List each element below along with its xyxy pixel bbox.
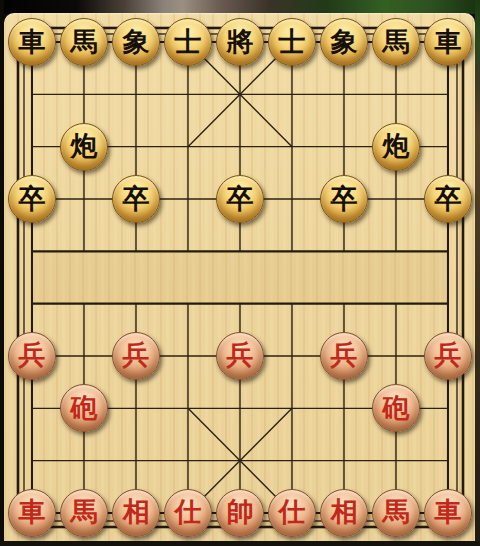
piece-black-soldier[interactable]: 卒: [8, 175, 56, 223]
piece-glyph: 相: [123, 498, 150, 525]
piece-glyph: 卒: [123, 185, 150, 212]
board-point[interactable]: [162, 277, 214, 329]
piece-glyph: 馬: [71, 28, 98, 55]
board-point[interactable]: 象: [318, 16, 370, 68]
piece-glyph: 帥: [227, 498, 254, 525]
board-point[interactable]: [6, 382, 58, 434]
board-point[interactable]: [110, 434, 162, 486]
board-point[interactable]: 馬: [58, 487, 110, 539]
board-point[interactable]: [318, 121, 370, 173]
piece-glyph: 砲: [383, 394, 410, 421]
board-point[interactable]: 象: [110, 16, 162, 68]
board-point[interactable]: [58, 330, 110, 382]
piece-glyph: 士: [175, 28, 202, 55]
piece-red-soldier[interactable]: 兵: [424, 332, 472, 380]
screen-edge-bottom: [0, 541, 480, 546]
board-point[interactable]: 兵: [318, 330, 370, 382]
board-point[interactable]: [6, 434, 58, 486]
board-point[interactable]: [58, 68, 110, 120]
piece-glyph: 卒: [227, 185, 254, 212]
board-point[interactable]: [162, 330, 214, 382]
board-point[interactable]: 車: [6, 16, 58, 68]
board-point[interactable]: [110, 225, 162, 277]
piece-black-cannon[interactable]: 炮: [372, 123, 420, 171]
board-point[interactable]: 馬: [58, 16, 110, 68]
piece-glyph: 卒: [19, 185, 46, 212]
piece-glyph: 馬: [383, 28, 410, 55]
piece-glyph: 象: [123, 28, 150, 55]
piece-red-chariot[interactable]: 車: [8, 489, 56, 537]
board-point[interactable]: 士: [266, 16, 318, 68]
board-point[interactable]: [422, 434, 474, 486]
board-point[interactable]: [266, 382, 318, 434]
piece-black-cannon[interactable]: 炮: [60, 123, 108, 171]
board-point[interactable]: [370, 277, 422, 329]
piece-glyph: 兵: [19, 341, 46, 368]
board-point[interactable]: 仕: [162, 487, 214, 539]
piece-glyph: 仕: [175, 498, 202, 525]
piece-red-soldier[interactable]: 兵: [320, 332, 368, 380]
board-point[interactable]: [370, 434, 422, 486]
board-point[interactable]: [214, 382, 266, 434]
board-point[interactable]: [266, 434, 318, 486]
xiangqi-app: 車馬象士將士象馬車炮炮卒卒卒卒卒兵兵兵兵兵砲砲車馬相仕帥仕相馬車: [0, 0, 480, 546]
board-point[interactable]: 兵: [422, 330, 474, 382]
piece-black-advisor[interactable]: 士: [164, 18, 212, 66]
piece-black-chariot[interactable]: 車: [424, 18, 472, 66]
piece-glyph: 炮: [71, 132, 98, 159]
board-point[interactable]: [266, 277, 318, 329]
board-point[interactable]: 車: [422, 487, 474, 539]
piece-glyph: 將: [227, 28, 254, 55]
board-point[interactable]: [266, 121, 318, 173]
board-point[interactable]: [214, 277, 266, 329]
board-point[interactable]: [370, 173, 422, 225]
board-point[interactable]: 兵: [6, 330, 58, 382]
piece-black-advisor[interactable]: 士: [268, 18, 316, 66]
piece-glyph: 炮: [383, 132, 410, 159]
board-point[interactable]: [6, 277, 58, 329]
piece-glyph: 卒: [435, 185, 462, 212]
piece-black-horse[interactable]: 馬: [372, 18, 420, 66]
board-point[interactable]: [214, 434, 266, 486]
piece-red-elephant[interactable]: 相: [112, 489, 160, 537]
board-point[interactable]: 兵: [110, 330, 162, 382]
board-point[interactable]: [422, 225, 474, 277]
board-point[interactable]: [266, 330, 318, 382]
board-point[interactable]: [318, 277, 370, 329]
board-point[interactable]: [422, 277, 474, 329]
board-point[interactable]: [370, 225, 422, 277]
piece-glyph: 士: [279, 28, 306, 55]
board-point[interactable]: [162, 434, 214, 486]
board-point[interactable]: 帥: [214, 487, 266, 539]
board-point[interactable]: [266, 173, 318, 225]
piece-red-horse[interactable]: 馬: [372, 489, 420, 537]
board-point[interactable]: 車: [422, 16, 474, 68]
piece-glyph: 馬: [71, 498, 98, 525]
board-point[interactable]: [6, 121, 58, 173]
board-point[interactable]: [214, 68, 266, 120]
piece-glyph: 仕: [279, 498, 306, 525]
piece-glyph: 卒: [331, 185, 358, 212]
piece-black-soldier[interactable]: 卒: [320, 175, 368, 223]
board-point[interactable]: [422, 68, 474, 120]
board-point[interactable]: [318, 382, 370, 434]
board-point[interactable]: 相: [110, 487, 162, 539]
piece-red-chariot[interactable]: 車: [424, 489, 472, 537]
piece-black-elephant[interactable]: 象: [320, 18, 368, 66]
board-point[interactable]: [214, 121, 266, 173]
board-point[interactable]: [58, 434, 110, 486]
board-point[interactable]: [6, 225, 58, 277]
piece-black-horse[interactable]: 馬: [60, 18, 108, 66]
board-point[interactable]: [6, 68, 58, 120]
piece-glyph: 車: [19, 498, 46, 525]
piece-red-general[interactable]: 帥: [216, 489, 264, 537]
board-point[interactable]: [58, 277, 110, 329]
board-point[interactable]: 炮: [58, 121, 110, 173]
board-point[interactable]: [58, 173, 110, 225]
piece-red-advisor[interactable]: 仕: [268, 489, 316, 537]
board-point[interactable]: [110, 68, 162, 120]
board-point[interactable]: 相: [318, 487, 370, 539]
piece-glyph: 兵: [435, 341, 462, 368]
board-point[interactable]: 卒: [422, 173, 474, 225]
board-point[interactable]: [162, 121, 214, 173]
piece-glyph: 象: [331, 28, 358, 55]
piece-black-soldier[interactable]: 卒: [216, 175, 264, 223]
board-point[interactable]: [162, 225, 214, 277]
board-point[interactable]: 卒: [6, 173, 58, 225]
board-point[interactable]: 馬: [370, 487, 422, 539]
piece-black-soldier[interactable]: 卒: [112, 175, 160, 223]
piece-red-horse[interactable]: 馬: [60, 489, 108, 537]
board-point[interactable]: [162, 173, 214, 225]
piece-glyph: 車: [435, 498, 462, 525]
piece-glyph: 砲: [71, 394, 98, 421]
board-point[interactable]: [110, 121, 162, 173]
board-point[interactable]: 卒: [318, 173, 370, 225]
piece-black-chariot[interactable]: 車: [8, 18, 56, 66]
piece-red-soldier[interactable]: 兵: [216, 332, 264, 380]
board-point[interactable]: 兵: [214, 330, 266, 382]
board-point[interactable]: 炮: [370, 121, 422, 173]
board-point[interactable]: [370, 68, 422, 120]
piece-glyph: 車: [19, 28, 46, 55]
board-point[interactable]: [318, 434, 370, 486]
board-point[interactable]: [58, 225, 110, 277]
piece-black-elephant[interactable]: 象: [112, 18, 160, 66]
piece-glyph: 兵: [227, 341, 254, 368]
board-point[interactable]: [422, 382, 474, 434]
board-point[interactable]: 砲: [370, 382, 422, 434]
board-point[interactable]: 馬: [370, 16, 422, 68]
board-grid: 車馬象士將士象馬車炮炮卒卒卒卒卒兵兵兵兵兵砲砲車馬相仕帥仕相馬車: [6, 16, 474, 539]
board-point[interactable]: [318, 68, 370, 120]
board-point[interactable]: [162, 382, 214, 434]
board-point[interactable]: [266, 68, 318, 120]
board-point[interactable]: [318, 225, 370, 277]
board-point[interactable]: [370, 330, 422, 382]
board-point[interactable]: [110, 382, 162, 434]
piece-glyph: 車: [435, 28, 462, 55]
piece-red-elephant[interactable]: 相: [320, 489, 368, 537]
board-point[interactable]: [110, 277, 162, 329]
piece-red-cannon[interactable]: 砲: [60, 384, 108, 432]
piece-red-soldier[interactable]: 兵: [8, 332, 56, 380]
board-point[interactable]: 士: [162, 16, 214, 68]
piece-black-soldier[interactable]: 卒: [424, 175, 472, 223]
board-point[interactable]: 將: [214, 16, 266, 68]
piece-red-cannon[interactable]: 砲: [372, 384, 420, 432]
board-point[interactable]: [162, 68, 214, 120]
piece-glyph: 兵: [331, 341, 358, 368]
board-point[interactable]: [422, 121, 474, 173]
piece-red-advisor[interactable]: 仕: [164, 489, 212, 537]
board-point[interactable]: 車: [6, 487, 58, 539]
piece-glyph: 兵: [123, 341, 150, 368]
board-point[interactable]: 仕: [266, 487, 318, 539]
board-point[interactable]: 卒: [214, 173, 266, 225]
piece-glyph: 馬: [383, 498, 410, 525]
piece-red-soldier[interactable]: 兵: [112, 332, 160, 380]
board-point[interactable]: 卒: [110, 173, 162, 225]
board-point[interactable]: 砲: [58, 382, 110, 434]
board-point[interactable]: [214, 225, 266, 277]
board-point[interactable]: [266, 225, 318, 277]
piece-glyph: 相: [331, 498, 358, 525]
piece-black-general[interactable]: 將: [216, 18, 264, 66]
